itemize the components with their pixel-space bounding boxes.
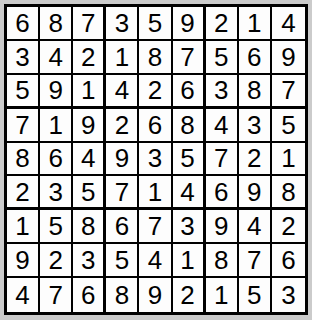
cell-r3c9[interactable]: 7 (272, 75, 305, 109)
cell-r6c7[interactable]: 6 (206, 176, 239, 210)
cell-r8c9[interactable]: 6 (272, 244, 305, 278)
cell-r6c8[interactable]: 9 (239, 176, 272, 210)
cell-r9c8[interactable]: 5 (239, 278, 272, 312)
cell-r9c3[interactable]: 6 (73, 278, 106, 312)
cell-r8c7[interactable]: 8 (206, 244, 239, 278)
cell-r6c5[interactable]: 1 (139, 176, 172, 210)
cell-r7c8[interactable]: 4 (239, 210, 272, 244)
cell-r6c6[interactable]: 4 (173, 176, 206, 210)
cell-r4c2[interactable]: 1 (40, 109, 73, 143)
cell-r4c1[interactable]: 7 (7, 109, 40, 143)
cell-r2c5[interactable]: 8 (139, 41, 172, 75)
cell-r8c5[interactable]: 4 (139, 244, 172, 278)
cell-r9c9[interactable]: 3 (272, 278, 305, 312)
cell-r4c4[interactable]: 2 (106, 109, 139, 143)
cell-r6c2[interactable]: 3 (40, 176, 73, 210)
cell-r1c9[interactable]: 4 (272, 7, 305, 41)
cell-r1c2[interactable]: 8 (40, 7, 73, 41)
cell-r2c9[interactable]: 9 (272, 41, 305, 75)
cell-r4c6[interactable]: 8 (173, 109, 206, 143)
cell-r1c1[interactable]: 6 (7, 7, 40, 41)
cell-r5c1[interactable]: 8 (7, 143, 40, 177)
cell-r2c8[interactable]: 6 (239, 41, 272, 75)
cell-r9c1[interactable]: 4 (7, 278, 40, 312)
cell-r7c3[interactable]: 8 (73, 210, 106, 244)
cell-r8c3[interactable]: 3 (73, 244, 106, 278)
cell-r5c7[interactable]: 7 (206, 143, 239, 177)
cell-r1c4[interactable]: 3 (106, 7, 139, 41)
cell-r2c2[interactable]: 4 (40, 41, 73, 75)
cell-r9c5[interactable]: 9 (139, 278, 172, 312)
cell-r4c3[interactable]: 9 (73, 109, 106, 143)
cell-r1c6[interactable]: 9 (173, 7, 206, 41)
cell-r1c7[interactable]: 2 (206, 7, 239, 41)
cell-r2c6[interactable]: 7 (173, 41, 206, 75)
cell-r7c1[interactable]: 1 (7, 210, 40, 244)
cell-r2c4[interactable]: 1 (106, 41, 139, 75)
cell-r4c9[interactable]: 5 (272, 109, 305, 143)
cell-r5c5[interactable]: 3 (139, 143, 172, 177)
cell-r7c7[interactable]: 9 (206, 210, 239, 244)
cell-r5c2[interactable]: 6 (40, 143, 73, 177)
cell-r8c1[interactable]: 9 (7, 244, 40, 278)
cell-r3c5[interactable]: 2 (139, 75, 172, 109)
cell-r3c2[interactable]: 9 (40, 75, 73, 109)
cell-r2c7[interactable]: 5 (206, 41, 239, 75)
cell-r7c6[interactable]: 3 (173, 210, 206, 244)
cell-r5c8[interactable]: 2 (239, 143, 272, 177)
cell-r4c5[interactable]: 6 (139, 109, 172, 143)
cell-r9c7[interactable]: 1 (206, 278, 239, 312)
cell-r2c3[interactable]: 2 (73, 41, 106, 75)
cell-r8c6[interactable]: 1 (173, 244, 206, 278)
cell-r7c9[interactable]: 2 (272, 210, 305, 244)
cell-r9c4[interactable]: 8 (106, 278, 139, 312)
cell-r5c4[interactable]: 9 (106, 143, 139, 177)
sudoku-board: 6873592143421875695914263877192684358649… (4, 4, 308, 315)
cell-r7c4[interactable]: 6 (106, 210, 139, 244)
cell-r4c8[interactable]: 3 (239, 109, 272, 143)
cell-r3c7[interactable]: 3 (206, 75, 239, 109)
cell-r3c6[interactable]: 6 (173, 75, 206, 109)
cell-r6c1[interactable]: 2 (7, 176, 40, 210)
cell-r8c4[interactable]: 5 (106, 244, 139, 278)
cell-r9c6[interactable]: 2 (173, 278, 206, 312)
cell-r2c1[interactable]: 3 (7, 41, 40, 75)
cell-r3c4[interactable]: 4 (106, 75, 139, 109)
cell-r6c9[interactable]: 8 (272, 176, 305, 210)
cell-r6c4[interactable]: 7 (106, 176, 139, 210)
cell-r3c1[interactable]: 5 (7, 75, 40, 109)
cell-r3c8[interactable]: 8 (239, 75, 272, 109)
cell-r7c2[interactable]: 5 (40, 210, 73, 244)
cell-r6c3[interactable]: 5 (73, 176, 106, 210)
cell-r8c8[interactable]: 7 (239, 244, 272, 278)
cell-r8c2[interactable]: 2 (40, 244, 73, 278)
cell-r3c3[interactable]: 1 (73, 75, 106, 109)
cell-r5c3[interactable]: 4 (73, 143, 106, 177)
cell-r9c2[interactable]: 7 (40, 278, 73, 312)
cell-r7c5[interactable]: 7 (139, 210, 172, 244)
cell-r1c3[interactable]: 7 (73, 7, 106, 41)
cell-r5c6[interactable]: 5 (173, 143, 206, 177)
cell-r1c5[interactable]: 5 (139, 7, 172, 41)
cell-r1c8[interactable]: 1 (239, 7, 272, 41)
cell-r4c7[interactable]: 4 (206, 109, 239, 143)
cell-r5c9[interactable]: 1 (272, 143, 305, 177)
